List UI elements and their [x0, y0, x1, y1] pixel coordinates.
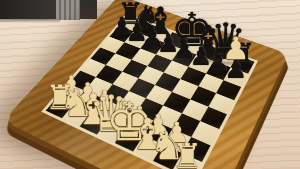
wall-table-shadow — [0, 19, 60, 23]
background-wall — [0, 0, 97, 19]
white-rook-h1[interactable]: ♜ — [172, 139, 203, 169]
offboard-white-pawn[interactable]: ♟ — [222, 33, 250, 64]
photo-scene: ♜♞♝♚♝♞♜♟♟♟♟♟♟♟♟♟♟♟♟♟♟♟♜♞♝♛♚♝♞♜ ♛ ♟ — [0, 0, 300, 169]
wall-panel — [56, 0, 80, 20]
